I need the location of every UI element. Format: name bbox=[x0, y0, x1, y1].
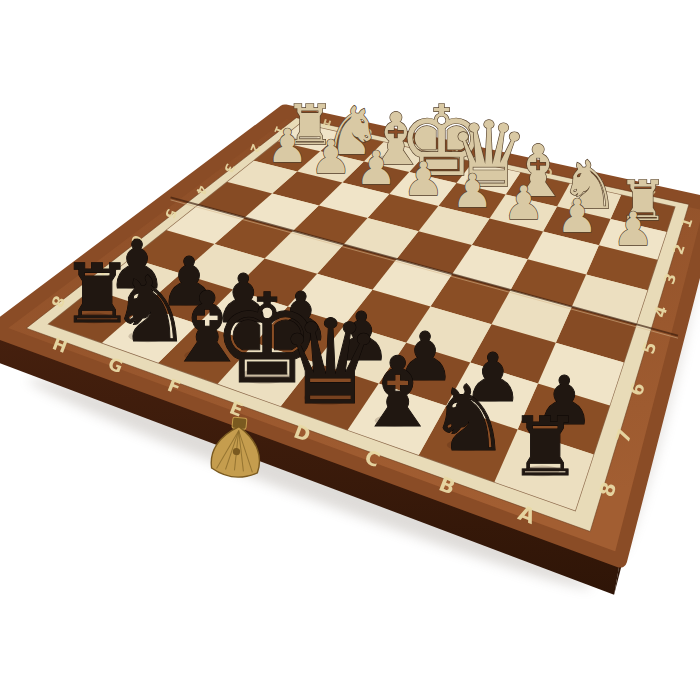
piece-white-pawn-g2: ♟ bbox=[310, 130, 351, 184]
piece-white-pawn-h2: ♟ bbox=[267, 119, 308, 173]
folding-chess-board: HGFEDCBAHGFEDCBA1234567812345678♜♞♝♚♛♝♞♜… bbox=[0, 0, 700, 700]
piece-black-rook-a8: ♜ bbox=[509, 400, 582, 494]
piece-white-pawn-c2: ♟ bbox=[503, 176, 544, 230]
piece-white-pawn-a2: ♟ bbox=[612, 202, 653, 256]
piece-white-pawn-e2: ♟ bbox=[403, 152, 444, 206]
piece-white-pawn-b2: ♟ bbox=[557, 189, 598, 243]
piece-black-knight-b8: ♞ bbox=[428, 365, 510, 471]
chess-set-product-photo: HGFEDCBAHGFEDCBA1234567812345678♜♞♝♚♛♝♞♜… bbox=[0, 0, 700, 700]
piece-white-pawn-f2: ♟ bbox=[355, 141, 396, 195]
piece-white-pawn-d2: ♟ bbox=[452, 164, 493, 218]
